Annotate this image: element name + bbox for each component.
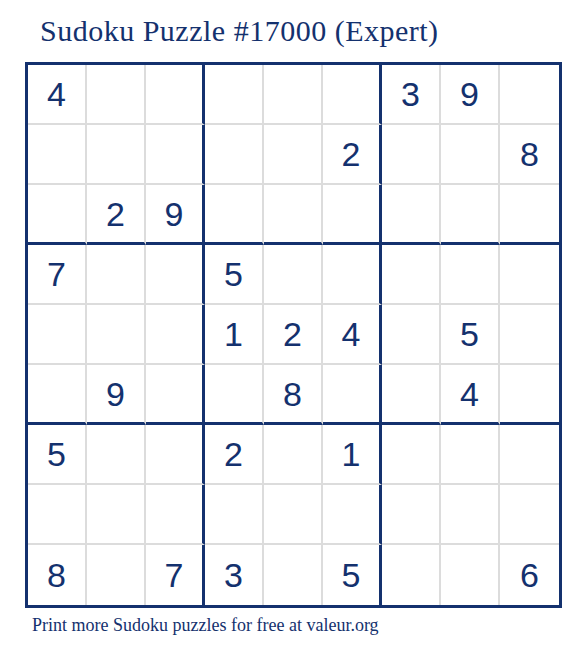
cell-r6c3-empty xyxy=(146,365,205,425)
cell-r3c7-empty xyxy=(382,185,441,245)
cell-r8c4-empty xyxy=(205,485,264,545)
cell-r9c9-given-6: 6 xyxy=(500,545,559,605)
cell-r7c1-given-5: 5 xyxy=(28,425,87,485)
cell-r2c8-empty xyxy=(441,125,500,185)
cell-r1c1-given-4: 4 xyxy=(28,65,87,125)
cell-r9c8-empty xyxy=(441,545,500,605)
cell-r5c9-empty xyxy=(500,305,559,365)
cell-r5c7-empty xyxy=(382,305,441,365)
cell-r8c8-empty xyxy=(441,485,500,545)
cell-r6c8-given-4: 4 xyxy=(441,365,500,425)
cell-r7c9-empty xyxy=(500,425,559,485)
cell-r2c9-given-8: 8 xyxy=(500,125,559,185)
footer-text: Print more Sudoku puzzles for free at va… xyxy=(32,615,379,636)
cell-r4c1-given-7: 7 xyxy=(28,245,87,305)
cell-r7c4-given-2: 2 xyxy=(205,425,264,485)
cell-r1c6-empty xyxy=(323,65,382,125)
cell-r7c7-empty xyxy=(382,425,441,485)
cell-r5c2-empty xyxy=(87,305,146,365)
cell-r9c2-empty xyxy=(87,545,146,605)
page-title: Sudoku Puzzle #17000 (Expert) xyxy=(40,14,439,48)
cell-r5c1-empty xyxy=(28,305,87,365)
cell-r3c6-empty xyxy=(323,185,382,245)
cell-r7c2-empty xyxy=(87,425,146,485)
cell-r7c8-empty xyxy=(441,425,500,485)
cell-r3c8-empty xyxy=(441,185,500,245)
cell-r9c6-given-5: 5 xyxy=(323,545,382,605)
cell-r2c7-empty xyxy=(382,125,441,185)
cell-r3c1-empty xyxy=(28,185,87,245)
cell-r8c3-empty xyxy=(146,485,205,545)
cell-r2c1-empty xyxy=(28,125,87,185)
cell-r6c6-empty xyxy=(323,365,382,425)
cell-r2c4-empty xyxy=(205,125,264,185)
cell-r4c2-empty xyxy=(87,245,146,305)
cell-r4c7-empty xyxy=(382,245,441,305)
cell-r2c6-given-2: 2 xyxy=(323,125,382,185)
sudoku-board: 439282975124598452187356 xyxy=(25,62,562,608)
cell-r8c2-empty xyxy=(87,485,146,545)
cell-r2c5-empty xyxy=(264,125,323,185)
cell-r9c5-empty xyxy=(264,545,323,605)
cell-r8c1-empty xyxy=(28,485,87,545)
cell-r6c7-empty xyxy=(382,365,441,425)
cell-r6c5-given-8: 8 xyxy=(264,365,323,425)
cell-r3c4-empty xyxy=(205,185,264,245)
cell-r6c2-given-9: 9 xyxy=(87,365,146,425)
cell-r7c5-empty xyxy=(264,425,323,485)
cell-r7c6-given-1: 1 xyxy=(323,425,382,485)
cell-r8c5-empty xyxy=(264,485,323,545)
cell-r9c4-given-3: 3 xyxy=(205,545,264,605)
cell-r6c9-empty xyxy=(500,365,559,425)
cell-r7c3-empty xyxy=(146,425,205,485)
cell-r1c2-empty xyxy=(87,65,146,125)
sudoku-page: Sudoku Puzzle #17000 (Expert) 4392829751… xyxy=(0,0,580,651)
cell-r3c3-given-9: 9 xyxy=(146,185,205,245)
cell-r2c3-empty xyxy=(146,125,205,185)
cell-r1c4-empty xyxy=(205,65,264,125)
cell-r4c8-empty xyxy=(441,245,500,305)
cell-r4c9-empty xyxy=(500,245,559,305)
cell-r1c7-given-3: 3 xyxy=(382,65,441,125)
cell-r9c1-given-8: 8 xyxy=(28,545,87,605)
cell-r3c2-given-2: 2 xyxy=(87,185,146,245)
cell-r5c5-given-2: 2 xyxy=(264,305,323,365)
cell-r9c7-empty xyxy=(382,545,441,605)
cell-r8c9-empty xyxy=(500,485,559,545)
cell-r5c3-empty xyxy=(146,305,205,365)
cell-r1c9-empty xyxy=(500,65,559,125)
cell-r3c9-empty xyxy=(500,185,559,245)
cell-r6c1-empty xyxy=(28,365,87,425)
cell-r5c6-given-4: 4 xyxy=(323,305,382,365)
cell-r8c6-empty xyxy=(323,485,382,545)
cell-r5c4-given-1: 1 xyxy=(205,305,264,365)
cell-r6c4-empty xyxy=(205,365,264,425)
cell-r4c4-given-5: 5 xyxy=(205,245,264,305)
cell-r9c3-given-7: 7 xyxy=(146,545,205,605)
cell-r1c5-empty xyxy=(264,65,323,125)
cell-r1c8-given-9: 9 xyxy=(441,65,500,125)
cell-r4c5-empty xyxy=(264,245,323,305)
cell-r2c2-empty xyxy=(87,125,146,185)
cell-r8c7-empty xyxy=(382,485,441,545)
cell-r4c6-empty xyxy=(323,245,382,305)
cell-r5c8-given-5: 5 xyxy=(441,305,500,365)
cell-r1c3-empty xyxy=(146,65,205,125)
cell-r3c5-empty xyxy=(264,185,323,245)
cell-r4c3-empty xyxy=(146,245,205,305)
